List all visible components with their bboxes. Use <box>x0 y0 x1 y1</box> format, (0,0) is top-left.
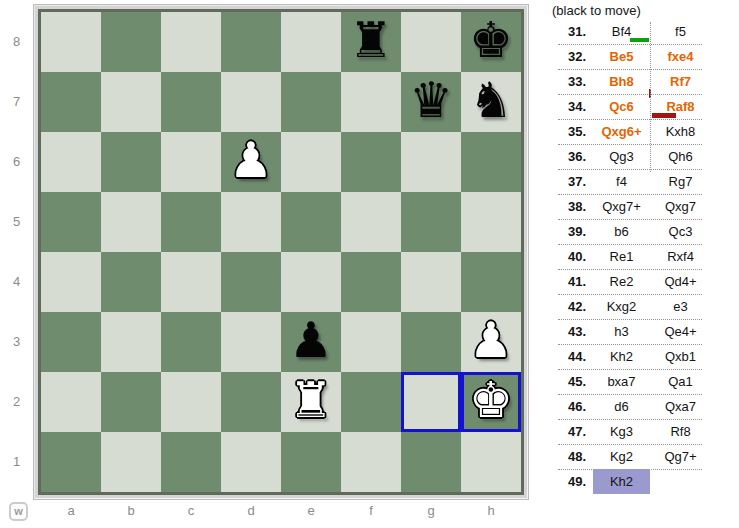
black-move[interactable]: Rf7 <box>650 69 711 94</box>
black-move[interactable]: Qg7+ <box>650 444 711 469</box>
square-b2[interactable] <box>101 372 161 432</box>
square-g4[interactable] <box>401 252 461 312</box>
chess-board: ♜♚♛♞♟♟♟♜♚ <box>38 9 524 495</box>
square-f4[interactable] <box>341 252 401 312</box>
white-move[interactable]: Re1 <box>593 244 650 269</box>
move-list: 31.Bf4f532.Be5fxe433.Bh8Rf734.Qc6Raf835.… <box>545 19 713 494</box>
black-queen[interactable]: ♛ <box>409 76 453 125</box>
move-number: 35. <box>545 119 593 144</box>
white-move[interactable]: Qxg6+ <box>593 119 650 144</box>
move-row-37: 37.f4Rg7 <box>545 169 713 194</box>
move-number: 33. <box>545 69 593 94</box>
move-column-divider <box>650 22 651 172</box>
square-f3[interactable] <box>341 312 401 372</box>
white-move[interactable]: Kh2 <box>593 344 650 369</box>
white-king[interactable]: ♚ <box>469 376 513 425</box>
move-row-49: 49.Kh2 <box>545 469 713 494</box>
black-move[interactable]: Raf8 <box>650 94 711 119</box>
square-h4[interactable] <box>461 252 521 312</box>
white-move[interactable]: Re2 <box>593 269 650 294</box>
square-a4[interactable] <box>41 252 101 312</box>
square-c2[interactable] <box>161 372 221 432</box>
black-move[interactable]: Kxh8 <box>650 119 711 144</box>
square-d7[interactable] <box>221 72 281 132</box>
move-number: 42. <box>545 294 593 319</box>
white-move[interactable]: Kg3 <box>593 419 650 444</box>
move-row-31: 31.Bf4f5 <box>545 19 713 44</box>
square-g1[interactable] <box>401 432 461 492</box>
move-row-38: 38.Qxg7+Qxg7 <box>545 194 713 219</box>
square-d4[interactable] <box>221 252 281 312</box>
square-h3[interactable]: ♟ <box>461 312 521 372</box>
file-label-f: f <box>341 501 401 521</box>
square-h1[interactable] <box>461 432 521 492</box>
rank-label-6: 6 <box>0 132 33 192</box>
square-c3[interactable] <box>161 312 221 372</box>
square-g3[interactable] <box>401 312 461 372</box>
black-move[interactable]: e3 <box>650 294 711 319</box>
green-annotation-bar <box>630 38 649 42</box>
file-label-e: e <box>281 501 341 521</box>
black-move[interactable]: fxe4 <box>650 44 711 69</box>
move-number: 47. <box>545 419 593 444</box>
rank-label-5: 5 <box>0 192 33 252</box>
black-pawn[interactable]: ♟ <box>289 316 333 365</box>
file-labels: abcdefgh <box>41 501 521 521</box>
rank-labels: 87654321 <box>0 12 33 492</box>
black-rook[interactable]: ♜ <box>349 16 393 65</box>
square-b3[interactable] <box>101 312 161 372</box>
file-label-g: g <box>401 501 461 521</box>
black-move[interactable]: Rf8 <box>650 419 711 444</box>
move-row-35: 35.Qxg6+Kxh8 <box>545 119 713 144</box>
move-number: 37. <box>545 169 593 194</box>
move-row-45: 45.bxa7Qa1 <box>545 369 713 394</box>
move-number: 38. <box>545 194 593 219</box>
white-rook[interactable]: ♜ <box>289 376 333 425</box>
move-number: 46. <box>545 394 593 419</box>
white-move[interactable]: d6 <box>593 394 650 419</box>
move-number: 31. <box>545 19 593 44</box>
white-move[interactable]: Kh2 <box>593 469 650 494</box>
white-move[interactable]: Bh8 <box>593 69 650 94</box>
move-number: 49. <box>545 469 593 494</box>
move-number: 41. <box>545 269 593 294</box>
square-h5[interactable] <box>461 192 521 252</box>
square-d8[interactable] <box>221 12 281 72</box>
move-number: 44. <box>545 344 593 369</box>
black-move[interactable]: Rg7 <box>650 169 711 194</box>
square-b1[interactable] <box>101 432 161 492</box>
square-d3[interactable] <box>221 312 281 372</box>
rank-label-4: 4 <box>0 252 33 312</box>
rank-label-3: 3 <box>0 312 33 372</box>
rank-label-2: 2 <box>0 372 33 432</box>
white-move[interactable]: bxa7 <box>593 369 650 394</box>
file-label-a: a <box>41 501 101 521</box>
white-move[interactable]: Kxg2 <box>593 294 650 319</box>
chess-app: 87654321 ♜♚♛♞♟♟♟♜♚ abcdefgh w (black to … <box>0 0 739 528</box>
square-b8[interactable] <box>101 12 161 72</box>
square-e3[interactable]: ♟ <box>281 312 341 372</box>
move-number: 45. <box>545 369 593 394</box>
square-f8[interactable]: ♜ <box>341 12 401 72</box>
move-row-32: 32.Be5fxe4 <box>545 44 713 69</box>
square-d1[interactable] <box>221 432 281 492</box>
square-c6[interactable] <box>161 132 221 192</box>
square-f2[interactable] <box>341 372 401 432</box>
square-a8[interactable] <box>41 12 101 72</box>
move-row-46: 46.d6Qxa7 <box>545 394 713 419</box>
turn-indicator-badge: w <box>9 502 28 521</box>
white-move[interactable]: Kg2 <box>593 444 650 469</box>
white-move[interactable]: Qg3 <box>593 144 650 169</box>
square-a5[interactable] <box>41 192 101 252</box>
move-row-34: 34.Qc6Raf8 <box>545 94 713 119</box>
move-number: 32. <box>545 44 593 69</box>
move-number: 40. <box>545 244 593 269</box>
square-e2[interactable]: ♜ <box>281 372 341 432</box>
square-e8[interactable] <box>281 12 341 72</box>
square-b7[interactable] <box>101 72 161 132</box>
move-row-44: 44.Kh2Qxb1 <box>545 344 713 369</box>
square-a2[interactable] <box>41 372 101 432</box>
move-row-40: 40.Re1Rxf4 <box>545 244 713 269</box>
black-king[interactable]: ♚ <box>469 16 513 65</box>
square-b4[interactable] <box>101 252 161 312</box>
black-move[interactable]: Qe4+ <box>650 319 711 344</box>
square-h8[interactable]: ♚ <box>461 12 521 72</box>
square-b6[interactable] <box>101 132 161 192</box>
move-row-42: 42.Kxg2e3 <box>545 294 713 319</box>
white-pawn[interactable]: ♟ <box>469 316 513 365</box>
side-to-move-label: (black to move) <box>552 3 713 19</box>
square-c7[interactable] <box>161 72 221 132</box>
move-row-41: 41.Re2Qd4+ <box>545 269 713 294</box>
square-g5[interactable] <box>401 192 461 252</box>
rank-label-8: 8 <box>0 12 33 72</box>
white-move[interactable]: f4 <box>593 169 650 194</box>
square-g7[interactable]: ♛ <box>401 72 461 132</box>
black-move[interactable]: Qc3 <box>650 219 711 244</box>
move-row-47: 47.Kg3Rf8 <box>545 419 713 444</box>
square-h7[interactable]: ♞ <box>461 72 521 132</box>
black-move[interactable]: Qh6 <box>650 144 711 169</box>
square-f5[interactable] <box>341 192 401 252</box>
move-number: 48. <box>545 444 593 469</box>
file-label-c: c <box>161 501 221 521</box>
white-move[interactable]: Qxg7+ <box>593 194 650 219</box>
white-move[interactable]: Bf4 <box>593 19 650 44</box>
black-move[interactable] <box>650 469 711 494</box>
white-move[interactable]: Qc6 <box>593 94 650 119</box>
file-label-h: h <box>461 501 521 521</box>
file-label-b: b <box>101 501 161 521</box>
square-a3[interactable] <box>41 312 101 372</box>
file-label-d: d <box>221 501 281 521</box>
square-h6[interactable] <box>461 132 521 192</box>
move-row-43: 43.h3Qe4+ <box>545 319 713 344</box>
square-b5[interactable] <box>101 192 161 252</box>
square-h2[interactable]: ♚ <box>461 372 521 432</box>
move-number: 39. <box>545 219 593 244</box>
rank-label-1: 1 <box>0 432 33 492</box>
square-c1[interactable] <box>161 432 221 492</box>
move-row-33: 33.Bh8Rf7 <box>545 69 713 94</box>
square-e4[interactable] <box>281 252 341 312</box>
black-move[interactable]: Qxa7 <box>650 394 711 419</box>
red-annotation-bar <box>652 113 676 118</box>
chess-board-frame: ♜♚♛♞♟♟♟♜♚ <box>33 4 529 500</box>
move-number: 34. <box>545 94 593 119</box>
square-a7[interactable] <box>41 72 101 132</box>
square-d6[interactable]: ♟ <box>221 132 281 192</box>
square-a1[interactable] <box>41 432 101 492</box>
square-g6[interactable] <box>401 132 461 192</box>
black-move[interactable]: Qxg7 <box>650 194 711 219</box>
white-move[interactable]: b6 <box>593 219 650 244</box>
rank-label-7: 7 <box>0 72 33 132</box>
white-pawn[interactable]: ♟ <box>229 136 273 185</box>
square-g2[interactable] <box>401 372 461 432</box>
square-d5[interactable] <box>221 192 281 252</box>
black-knight[interactable]: ♞ <box>469 76 513 125</box>
black-move[interactable]: Qa1 <box>650 369 711 394</box>
square-f7[interactable] <box>341 72 401 132</box>
black-move[interactable]: Qd4+ <box>650 269 711 294</box>
square-f1[interactable] <box>341 432 401 492</box>
square-c4[interactable] <box>161 252 221 312</box>
square-a6[interactable] <box>41 132 101 192</box>
move-number: 43. <box>545 319 593 344</box>
black-move[interactable]: f5 <box>650 19 711 44</box>
square-e1[interactable] <box>281 432 341 492</box>
square-e6[interactable] <box>281 132 341 192</box>
black-move[interactable]: Qxb1 <box>650 344 711 369</box>
square-e7[interactable] <box>281 72 341 132</box>
move-number: 36. <box>545 144 593 169</box>
black-move[interactable]: Rxf4 <box>650 244 711 269</box>
move-row-36: 36.Qg3Qh6 <box>545 144 713 169</box>
square-c5[interactable] <box>161 192 221 252</box>
white-move[interactable]: h3 <box>593 319 650 344</box>
square-e5[interactable] <box>281 192 341 252</box>
move-row-48: 48.Kg2Qg7+ <box>545 444 713 469</box>
moves-panel: (black to move) 31.Bf4f532.Be5fxe433.Bh8… <box>545 3 713 494</box>
square-f6[interactable] <box>341 132 401 192</box>
square-g8[interactable] <box>401 12 461 72</box>
move-row-39: 39.b6Qc3 <box>545 219 713 244</box>
white-move[interactable]: Be5 <box>593 44 650 69</box>
square-d2[interactable] <box>221 372 281 432</box>
square-c8[interactable] <box>161 12 221 72</box>
